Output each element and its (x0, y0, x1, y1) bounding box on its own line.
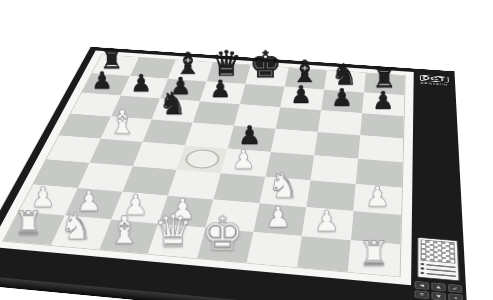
square-d5[interactable] (185, 123, 234, 149)
square-c4[interactable] (133, 142, 185, 170)
piece-black-pawn-f7[interactable]: ♟ (290, 83, 312, 107)
up-button[interactable]: ▲ (431, 282, 445, 291)
square-a4[interactable] (47, 136, 101, 163)
dgt-logo: DGT CENTAUR (416, 73, 452, 86)
help-button[interactable]: ? (415, 290, 430, 299)
menu-button[interactable]: ▪ (448, 293, 463, 300)
piece-black-pawn-h7[interactable]: ♟ (372, 88, 394, 112)
piece-white-knight-f3[interactable]: ♞ (268, 168, 299, 203)
board-surface: ♜♝♛♚♝♞♜♟♟♟♟♟♟♟♞♝♟♟♞♟♟♟♟♟♟♟♜♞♝♛♚♜ (0, 50, 414, 285)
screen-text-line (421, 272, 456, 277)
led-highlight-ring (183, 148, 222, 170)
square-d6[interactable] (193, 101, 240, 125)
square-g7[interactable]: ♟ (321, 90, 364, 113)
square-f2[interactable]: ♟ (253, 203, 306, 236)
piece-white-knight-b1[interactable]: ♞ (60, 208, 93, 245)
square-f5[interactable] (271, 129, 318, 156)
square-c6[interactable]: ♞ (152, 98, 200, 122)
square-g1[interactable] (297, 236, 351, 272)
square-f1[interactable] (247, 232, 302, 267)
down-button[interactable]: ▼ (431, 292, 446, 300)
square-e7[interactable] (240, 84, 285, 107)
square-e1[interactable]: ♚ (197, 228, 253, 263)
chess-grid: ♜♝♛♚♝♞♜♟♟♟♟♟♟♟♞♝♟♟♞♟♟♟♟♟♟♟♜♞♝♛♚♜ (4, 55, 405, 276)
piece-black-pawn-b7[interactable]: ♟ (131, 71, 152, 95)
chessboard: ♜♝♛♚♝♞♜♟♟♟♟♟♟♟♞♝♟♟♞♟♟♟♟♟♟♟♜♞♝♛♚♜ DGT CEN… (0, 46, 468, 300)
square-c1[interactable]: ♝ (99, 220, 158, 254)
square-g5[interactable] (314, 132, 360, 159)
piece-white-pawn-f2[interactable]: ♟ (265, 203, 291, 232)
piece-white-rook-h1[interactable]: ♜ (358, 236, 389, 271)
display-screen (417, 237, 460, 281)
square-h5[interactable] (358, 135, 403, 162)
square-h3[interactable]: ♟ (353, 184, 401, 215)
square-f7[interactable]: ♟ (280, 87, 324, 110)
square-d4[interactable] (177, 145, 228, 173)
piece-black-pawn-g7[interactable]: ♟ (331, 85, 353, 109)
square-g2[interactable]: ♟ (302, 207, 354, 240)
square-e8[interactable]: ♚ (245, 65, 288, 87)
piece-white-queen-d1[interactable]: ♛ (153, 209, 193, 253)
square-f6[interactable] (276, 107, 321, 132)
square-d1[interactable]: ♛ (148, 224, 206, 259)
piece-white-rook-a1[interactable]: ♜ (13, 207, 43, 240)
square-d7[interactable]: ♟ (200, 81, 246, 104)
piece-black-king-e8[interactable]: ♚ (249, 47, 282, 84)
square-e4[interactable]: ♟ (221, 149, 271, 177)
screen-text-line (421, 263, 456, 268)
piece-black-pawn-a7[interactable]: ♟ (91, 69, 112, 93)
square-a1[interactable]: ♜ (4, 212, 65, 246)
screen-text-line (421, 267, 456, 272)
square-h7[interactable]: ♟ (362, 92, 404, 116)
square-h6[interactable] (360, 113, 403, 138)
piece-white-pawn-g2[interactable]: ♟ (314, 207, 340, 236)
square-g6[interactable] (318, 110, 362, 135)
button-cluster: ◄ ▲ ✓ ? ▼ ▪ (415, 281, 464, 300)
piece-black-pawn-d7[interactable]: ♟ (210, 77, 231, 101)
piece-white-king-e1[interactable]: ♚ (202, 211, 244, 258)
back-button[interactable]: ◄ (415, 281, 429, 290)
square-h1[interactable]: ♜ (348, 240, 400, 276)
piece-white-bishop-c1[interactable]: ♝ (107, 211, 141, 249)
product-photo-scene: ♜♝♛♚♝♞♜♟♟♟♟♟♟♟♞♝♟♟♞♟♟♟♟♟♟♟♜♞♝♛♚♜ DGT CEN… (0, 0, 493, 300)
ok-button[interactable]: ✓ (448, 284, 463, 293)
piece-white-pawn-e4[interactable]: ♟ (232, 146, 256, 173)
piece-black-knight-c6[interactable]: ♞ (159, 88, 187, 119)
piece-white-pawn-h3[interactable]: ♟ (365, 183, 390, 211)
screen-chess-diagram (421, 239, 456, 263)
square-e3[interactable] (213, 173, 265, 203)
square-g4[interactable] (310, 155, 358, 184)
control-panel: ◄ ▲ ✓ ? ▼ ▪ (415, 237, 464, 300)
piece-white-bishop-b5[interactable]: ♝ (108, 105, 138, 138)
